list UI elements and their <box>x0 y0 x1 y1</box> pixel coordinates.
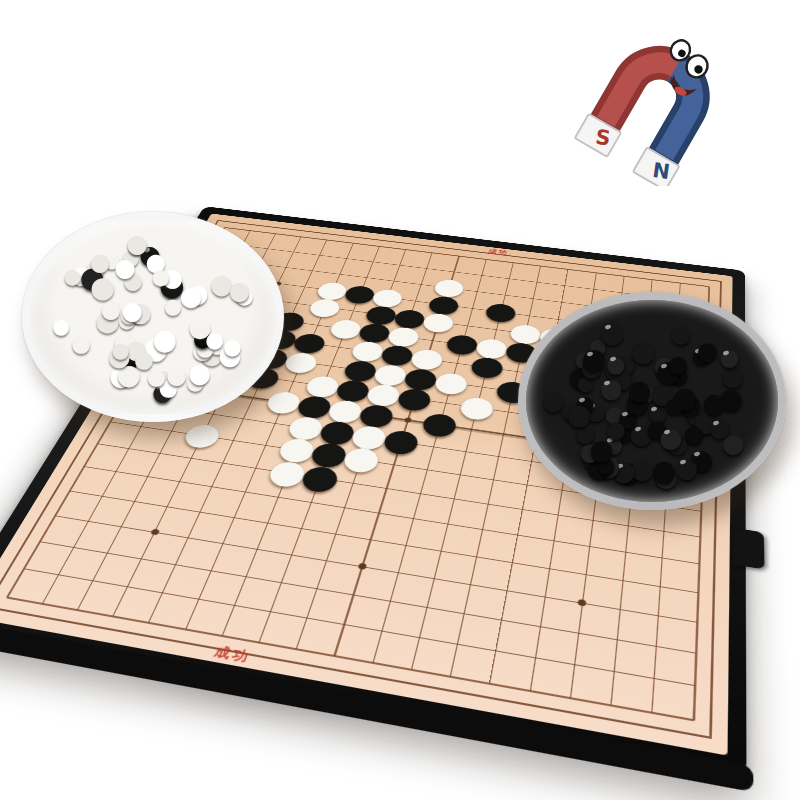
grid-line-horizontal <box>7 597 694 722</box>
horseshoe-magnet-icon: S N <box>558 4 754 186</box>
black-pile-stone: ● <box>567 400 592 429</box>
white-pile-stone: ● <box>112 339 130 360</box>
white-pile-stone: ● <box>114 256 136 281</box>
brand-label-top: 成功 <box>488 248 510 257</box>
white-pile-stone: ● <box>223 337 242 359</box>
white-pile-stone: ● <box>180 283 203 309</box>
black-pile-stone: ● <box>671 323 692 347</box>
white-pile-stone: ● <box>205 329 224 351</box>
magnet-illustration: S N <box>558 4 754 186</box>
white-pile-stone: ● <box>64 265 82 286</box>
black-pile-stone: ● <box>722 430 745 456</box>
white-pile-stone: ● <box>101 298 122 322</box>
white-stone: ● <box>178 418 228 453</box>
frame-clasp-icon <box>734 528 764 569</box>
star-point <box>150 529 160 536</box>
black-stones-pile: ●●●●●●●●●●●●●●●●●●●●●●●●●●●●●●●●●●●●●●●●… <box>530 304 774 498</box>
white-pile-stone: ● <box>52 315 70 336</box>
white-stones-bowl: ●●●●●●●●●●●●●●●●●●●●●●●●●●●●●●●●●●●●●●●●… <box>22 212 284 422</box>
white-stone: ● <box>455 391 498 424</box>
magnet-n-label: N <box>651 158 671 184</box>
black-pile-stone: ● <box>719 346 739 369</box>
black-pile-stone: ● <box>582 345 607 373</box>
star-point <box>578 599 587 607</box>
white-pile-stone: ● <box>134 347 154 370</box>
black-pile-stone: ● <box>665 394 683 415</box>
white-pile-stone: ● <box>164 296 182 317</box>
black-pile-stone: ● <box>697 339 718 363</box>
white-pile-stone: ● <box>152 324 177 353</box>
white-pile-stone: ● <box>151 267 170 288</box>
black-stone: ● <box>417 407 462 441</box>
white-pile-stone: ● <box>188 360 211 387</box>
white-pile-stone: ● <box>126 231 148 256</box>
white-pile-stone: ● <box>166 363 187 387</box>
product-photo-page: { "game": "go", "scene": { "background_c… <box>0 0 800 800</box>
white-pile-stone: ● <box>71 332 91 355</box>
black-pile-stone: ● <box>631 337 656 366</box>
white-pile-stone: ● <box>229 278 251 303</box>
white-stones-pile: ●●●●●●●●●●●●●●●●●●●●●●●●●●●●●●●●●●●●●●●●… <box>34 224 272 410</box>
star-point <box>357 563 367 570</box>
black-stones-bowl: ●●●●●●●●●●●●●●●●●●●●●●●●●●●●●●●●●●●●●●●●… <box>518 292 786 510</box>
black-pile-stone: ● <box>659 424 683 451</box>
grid-line-horizontal <box>40 541 697 654</box>
black-pile-stone: ● <box>668 353 689 377</box>
white-pile-stone: ● <box>122 298 144 323</box>
grid-line-horizontal <box>70 490 699 593</box>
black-pile-stone: ● <box>702 389 726 416</box>
brand-label-bottom: 成功 <box>211 643 253 667</box>
black-pile-stone: ● <box>628 376 651 403</box>
black-pile-stone: ● <box>600 375 623 402</box>
black-pile-stone: ● <box>652 457 677 485</box>
grid-line-horizontal <box>24 568 696 686</box>
photo-stage: 成功 成功 ●●●●●●●●●●●●●●●●●●●●●●●●●●●●●●●●●●… <box>0 0 800 800</box>
black-pile-stone: ● <box>590 436 614 464</box>
black-stone: ● <box>378 424 424 459</box>
